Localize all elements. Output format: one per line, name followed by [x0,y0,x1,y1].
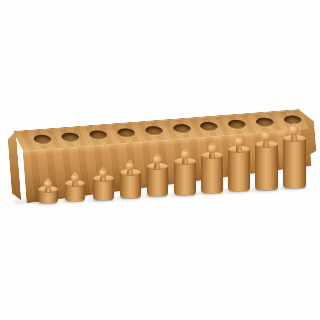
cylinder-knob [126,160,134,175]
cylinder-knob [153,153,162,169]
knob-tip [155,153,159,157]
knob-tip [73,172,77,176]
knob-tip [183,148,187,152]
knobbed-cylinder-1 [38,189,58,203]
cylinder-knob [99,167,107,181]
knob-tip [237,135,241,139]
knobbed-cylinder-8 [228,149,250,191]
cylinder-knob [181,148,190,164]
cylinder-knob [261,129,271,147]
knob-neck [291,134,298,141]
cylinder-knob [289,123,299,141]
knob-tip [292,123,296,127]
knobbed-cylinder-3 [93,178,114,200]
knob-tip [264,129,268,133]
knobbed-cylinder-5 [147,166,168,196]
cylinder-knob [71,172,79,186]
cylinder-knob [235,135,244,152]
product-photo-montessori-cylinder-block [0,0,320,320]
cylinder-knob [208,142,217,158]
knobbed-cylinder-2 [65,183,85,201]
knobbed-cylinder-6 [174,161,196,195]
knobbed-cylinder-9 [255,144,278,190]
knob-tip [101,167,105,171]
knobbed-cylinder-7 [201,155,223,193]
knobbed-cylinder-4 [120,172,141,198]
knob-neck [263,140,270,147]
knob-tip [46,178,50,182]
knob-tip [128,160,132,164]
knob-neck [236,145,243,152]
knobbed-cylinder-10 [283,138,306,188]
knob-tip [210,142,214,146]
cylinder-knob [44,178,52,192]
